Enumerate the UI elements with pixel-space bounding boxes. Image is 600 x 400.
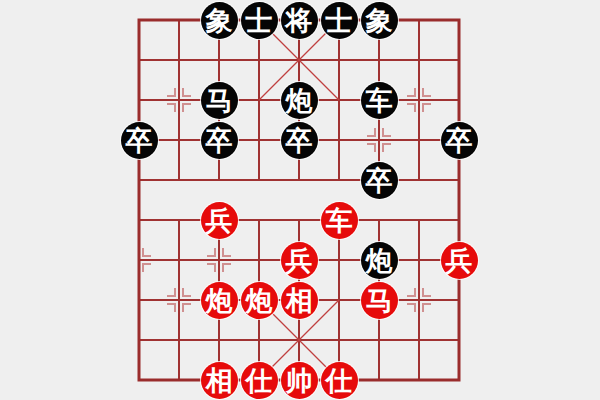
- piece-black-soldier[interactable]: 卒: [121, 122, 158, 159]
- piece-black-soldier[interactable]: 卒: [441, 122, 478, 159]
- piece-black-cannon[interactable]: 炮: [361, 242, 398, 279]
- piece-black-elephant[interactable]: 象: [361, 2, 398, 39]
- piece-red-advisor[interactable]: 仕: [321, 362, 358, 399]
- piece-red-cannon[interactable]: 炮: [241, 282, 278, 319]
- piece-black-elephant[interactable]: 象: [201, 2, 238, 39]
- piece-red-elephant[interactable]: 相: [201, 362, 238, 399]
- piece-red-horse[interactable]: 马: [361, 282, 398, 319]
- piece-black-soldier[interactable]: 卒: [201, 122, 238, 159]
- piece-black-cannon[interactable]: 炮: [281, 82, 318, 119]
- piece-black-chariot[interactable]: 车: [361, 82, 398, 119]
- piece-black-soldier[interactable]: 卒: [361, 162, 398, 199]
- piece-black-soldier[interactable]: 卒: [281, 122, 318, 159]
- piece-red-soldier[interactable]: 兵: [201, 202, 238, 239]
- piece-red-cannon[interactable]: 炮: [201, 282, 238, 319]
- pieces-layer: 象士将士象马炮车卒卒卒卒卒兵车兵炮兵炮炮相马相仕帅仕: [119, 0, 479, 400]
- piece-black-advisor[interactable]: 士: [241, 2, 278, 39]
- piece-red-elephant[interactable]: 相: [281, 282, 318, 319]
- piece-black-advisor[interactable]: 士: [321, 2, 358, 39]
- piece-red-soldier[interactable]: 兵: [281, 242, 318, 279]
- piece-black-general[interactable]: 将: [281, 2, 318, 39]
- piece-red-general[interactable]: 帅: [281, 362, 318, 399]
- piece-red-advisor[interactable]: 仕: [241, 362, 278, 399]
- xiangqi-board-screen: 象士将士象马炮车卒卒卒卒卒兵车兵炮兵炮炮相马相仕帅仕: [0, 0, 600, 400]
- piece-red-chariot[interactable]: 车: [321, 202, 358, 239]
- piece-black-horse[interactable]: 马: [201, 82, 238, 119]
- piece-red-soldier[interactable]: 兵: [441, 242, 478, 279]
